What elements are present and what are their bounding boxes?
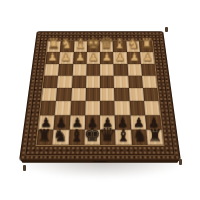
square-g6[interactable] bbox=[55, 101, 71, 115]
square-b3[interactable] bbox=[127, 64, 142, 76]
square-a4[interactable] bbox=[142, 75, 157, 88]
hinge-pin-bottom-right bbox=[179, 159, 182, 165]
square-b2[interactable]: ♟ bbox=[127, 52, 141, 63]
square-c8[interactable]: ♝ bbox=[115, 129, 131, 144]
square-e3[interactable] bbox=[86, 64, 100, 76]
square-e2[interactable]: ♟ bbox=[86, 52, 100, 63]
square-g3[interactable] bbox=[58, 64, 73, 76]
piece-wN-b1[interactable]: ♞ bbox=[127, 38, 140, 52]
piece-bB-c8[interactable]: ♝ bbox=[116, 127, 131, 144]
square-c6[interactable] bbox=[115, 101, 130, 115]
chess-board: ♜♞♝♚♛♝♞♜♟♟♟♟♟♟♟♟♟♟♟♟♟♟♟♟♜♞♝♚♛♝♞♜ bbox=[20, 32, 179, 160]
square-f8[interactable]: ♝ bbox=[68, 129, 84, 144]
square-h8[interactable]: ♜ bbox=[37, 129, 54, 144]
square-e6[interactable] bbox=[85, 101, 100, 115]
square-h6[interactable] bbox=[40, 101, 56, 115]
piece-bB-f8[interactable]: ♝ bbox=[69, 127, 84, 144]
square-f5[interactable] bbox=[71, 88, 86, 101]
square-e8[interactable]: ♚ bbox=[84, 129, 100, 144]
piece-bK-e8[interactable]: ♚ bbox=[84, 125, 101, 144]
square-f4[interactable] bbox=[72, 75, 87, 88]
square-c3[interactable] bbox=[114, 64, 128, 76]
chess-set-product-photo: ♜♞♝♚♛♝♞♜♟♟♟♟♟♟♟♟♟♟♟♟♟♟♟♟♜♞♝♚♛♝♞♜ bbox=[0, 0, 200, 200]
square-g4[interactable] bbox=[57, 75, 72, 88]
hinge-pin-bottom-left bbox=[23, 165, 26, 171]
piece-wP-c2[interactable]: ♟ bbox=[115, 51, 125, 62]
piece-wP-h2[interactable]: ♟ bbox=[47, 51, 57, 62]
piece-wP-b2[interactable]: ♟ bbox=[129, 51, 139, 62]
square-c2[interactable]: ♟ bbox=[113, 52, 127, 63]
square-f3[interactable] bbox=[72, 64, 86, 76]
square-d8[interactable]: ♛ bbox=[100, 129, 116, 144]
square-a2[interactable]: ♟ bbox=[140, 52, 155, 63]
square-a6[interactable] bbox=[144, 101, 160, 115]
square-e5[interactable] bbox=[85, 88, 100, 101]
square-a3[interactable] bbox=[141, 64, 156, 76]
piece-bR-a8[interactable]: ♜ bbox=[148, 127, 163, 144]
piece-wR-h1[interactable]: ♜ bbox=[47, 38, 60, 52]
piece-bR-h8[interactable]: ♜ bbox=[37, 127, 52, 144]
square-d3[interactable] bbox=[100, 64, 114, 76]
square-h5[interactable] bbox=[42, 88, 58, 101]
piece-bN-b8[interactable]: ♞ bbox=[132, 127, 147, 144]
piece-wP-g2[interactable]: ♟ bbox=[61, 51, 71, 62]
piece-wP-f2[interactable]: ♟ bbox=[75, 51, 85, 62]
square-f2[interactable]: ♟ bbox=[73, 52, 87, 63]
square-h3[interactable] bbox=[44, 64, 59, 76]
square-d6[interactable] bbox=[100, 101, 115, 115]
square-f6[interactable] bbox=[70, 101, 85, 115]
square-c5[interactable] bbox=[114, 88, 129, 101]
piece-wK-e1[interactable]: ♚ bbox=[86, 36, 100, 52]
piece-wP-e2[interactable]: ♟ bbox=[88, 51, 98, 62]
square-d5[interactable] bbox=[100, 88, 115, 101]
piece-wR-a1[interactable]: ♜ bbox=[140, 38, 153, 52]
board-front-edge bbox=[20, 160, 179, 163]
square-g5[interactable] bbox=[56, 88, 71, 101]
square-h4[interactable] bbox=[43, 75, 58, 88]
hinge-pin-top-right bbox=[165, 27, 168, 32]
board-grid: ♜♞♝♚♛♝♞♜♟♟♟♟♟♟♟♟♟♟♟♟♟♟♟♟♜♞♝♚♛♝♞♜ bbox=[36, 41, 165, 146]
square-e4[interactable] bbox=[86, 75, 100, 88]
square-a5[interactable] bbox=[143, 88, 159, 101]
piece-wQ-d1[interactable]: ♛ bbox=[100, 36, 114, 52]
piece-wN-g1[interactable]: ♞ bbox=[61, 38, 74, 52]
piece-wP-a2[interactable]: ♟ bbox=[142, 51, 152, 62]
square-g8[interactable]: ♞ bbox=[53, 129, 70, 144]
square-b6[interactable] bbox=[129, 101, 145, 115]
square-c4[interactable] bbox=[114, 75, 129, 88]
piece-wB-c1[interactable]: ♝ bbox=[114, 38, 127, 52]
square-b4[interactable] bbox=[128, 75, 143, 88]
square-d2[interactable]: ♟ bbox=[100, 52, 114, 63]
square-b5[interactable] bbox=[129, 88, 144, 101]
square-g2[interactable]: ♟ bbox=[59, 52, 73, 63]
piece-wB-f1[interactable]: ♝ bbox=[74, 38, 87, 52]
board-frame: ♜♞♝♚♛♝♞♜♟♟♟♟♟♟♟♟♟♟♟♟♟♟♟♟♜♞♝♚♛♝♞♜ bbox=[20, 32, 179, 160]
square-h2[interactable]: ♟ bbox=[46, 52, 61, 63]
piece-wP-d2[interactable]: ♟ bbox=[102, 51, 112, 62]
square-b8[interactable]: ♞ bbox=[131, 129, 148, 144]
box-clasp bbox=[93, 161, 107, 163]
square-a8[interactable]: ♜ bbox=[146, 129, 163, 144]
piece-bQ-d8[interactable]: ♛ bbox=[99, 125, 116, 144]
piece-bN-g8[interactable]: ♞ bbox=[53, 127, 68, 144]
scene: ♜♞♝♚♛♝♞♜♟♟♟♟♟♟♟♟♟♟♟♟♟♟♟♟♜♞♝♚♛♝♞♜ bbox=[0, 0, 200, 200]
square-d4[interactable] bbox=[100, 75, 114, 88]
